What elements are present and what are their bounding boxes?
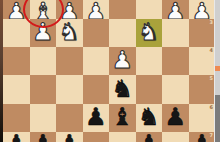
square-f3[interactable]: ♞ bbox=[56, 19, 83, 47]
square-a2[interactable]: ♟ bbox=[189, 0, 216, 19]
square-f5[interactable] bbox=[56, 75, 83, 104]
white-pawn-h2[interactable]: ♟ bbox=[6, 0, 27, 19]
black-knight-c6[interactable]: ♞ bbox=[138, 105, 160, 129]
square-d7[interactable] bbox=[109, 132, 136, 142]
white-knight-f3[interactable]: ♞ bbox=[58, 20, 80, 44]
square-b6[interactable]: ♟ bbox=[162, 104, 189, 132]
black-bishop-d6[interactable]: ♝ bbox=[111, 105, 133, 129]
rank-label-6: 6 bbox=[210, 105, 213, 110]
square-e2[interactable]: ♟ bbox=[83, 0, 110, 19]
square-d3[interactable] bbox=[109, 19, 136, 47]
white-pawn-e2[interactable]: ♟ bbox=[85, 0, 106, 19]
black-pawn-g7[interactable]: ♟ bbox=[32, 132, 53, 142]
square-f7[interactable]: ♟ bbox=[56, 132, 83, 142]
black-pawn-h7[interactable]: ♟ bbox=[6, 132, 27, 142]
page: ♟♝♟♟♟♟♟♞♞♟♞♟♝♞♟♟♟♟♟♟34567 bbox=[0, 0, 220, 142]
square-h3[interactable] bbox=[3, 19, 30, 47]
square-e6[interactable]: ♟ bbox=[83, 104, 110, 132]
square-c5[interactable] bbox=[136, 75, 163, 104]
square-c2[interactable] bbox=[136, 0, 163, 19]
white-pawn-f2[interactable]: ♟ bbox=[59, 0, 80, 19]
square-g7[interactable]: ♟ bbox=[30, 132, 57, 142]
square-f2[interactable]: ♟ bbox=[56, 0, 83, 19]
square-g6[interactable] bbox=[30, 104, 57, 132]
white-pawn-a2[interactable]: ♟ bbox=[191, 0, 212, 19]
square-h4[interactable] bbox=[3, 47, 30, 75]
white-pawn-b2[interactable]: ♟ bbox=[165, 0, 186, 19]
square-c6[interactable]: ♞ bbox=[136, 104, 163, 132]
square-g4[interactable] bbox=[30, 47, 57, 75]
square-c4[interactable] bbox=[136, 47, 163, 75]
square-b2[interactable]: ♟ bbox=[162, 0, 189, 19]
square-b3[interactable] bbox=[162, 19, 189, 47]
square-b7[interactable] bbox=[162, 132, 189, 142]
white-bishop-g2[interactable]: ♝ bbox=[32, 0, 53, 19]
square-h6[interactable] bbox=[3, 104, 30, 132]
square-h5[interactable] bbox=[3, 75, 30, 104]
black-pawn-f7[interactable]: ♟ bbox=[59, 132, 80, 142]
rank-label-7: 7 bbox=[210, 133, 213, 138]
square-c7[interactable]: ♟ bbox=[136, 132, 163, 142]
white-pawn-d4[interactable]: ♟ bbox=[111, 48, 133, 72]
white-pawn-g3[interactable]: ♟ bbox=[32, 20, 54, 44]
square-b4[interactable] bbox=[162, 47, 189, 75]
square-g3[interactable]: ♟ bbox=[30, 19, 57, 47]
square-e7[interactable] bbox=[83, 132, 110, 142]
square-e4[interactable] bbox=[83, 47, 110, 75]
scrollbar-thumb[interactable] bbox=[215, 95, 220, 142]
square-f4[interactable] bbox=[56, 47, 83, 75]
square-d5[interactable]: ♞ bbox=[109, 75, 136, 104]
square-c3[interactable]: ♞ bbox=[136, 19, 163, 47]
square-d6[interactable]: ♝ bbox=[109, 104, 136, 132]
black-knight-d5[interactable]: ♞ bbox=[111, 77, 133, 101]
square-g5[interactable] bbox=[30, 75, 57, 104]
rank-label-3: 3 bbox=[210, 20, 213, 25]
white-knight-c3[interactable]: ♞ bbox=[138, 20, 160, 44]
scrollbar-orange-marker bbox=[215, 66, 220, 71]
page-scrollbar[interactable] bbox=[214, 0, 220, 142]
square-e3[interactable] bbox=[83, 19, 110, 47]
black-pawn-c7[interactable]: ♟ bbox=[138, 132, 159, 142]
rank-label-4: 4 bbox=[210, 48, 213, 53]
square-d2[interactable] bbox=[109, 0, 136, 19]
square-d4[interactable]: ♟ bbox=[109, 47, 136, 75]
rank-label-5: 5 bbox=[210, 76, 213, 81]
black-pawn-e6[interactable]: ♟ bbox=[85, 105, 107, 129]
chess-board[interactable]: ♟♝♟♟♟♟♟♞♞♟♞♟♝♞♟♟♟♟♟♟34567 bbox=[3, 0, 215, 142]
square-g2[interactable]: ♝ bbox=[30, 0, 57, 19]
square-h7[interactable]: ♟ bbox=[3, 132, 30, 142]
square-e5[interactable] bbox=[83, 75, 110, 104]
square-f6[interactable] bbox=[56, 104, 83, 132]
square-h2[interactable]: ♟ bbox=[3, 0, 30, 19]
square-b5[interactable] bbox=[162, 75, 189, 104]
black-pawn-b6[interactable]: ♟ bbox=[164, 105, 186, 129]
